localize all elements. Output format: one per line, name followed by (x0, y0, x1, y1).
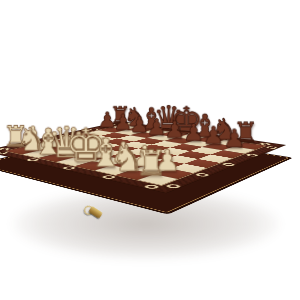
piece-black-pawn-d7[interactable]: ♟ (146, 117, 166, 138)
piece-black-pawn-h7[interactable]: ♟ (223, 127, 245, 151)
medallion-inlay (220, 162, 237, 166)
chess-set-photo: ♜♞♝♛♚♝♞♜♟♟♟♟♟♟♟♟♟♟♟♟♟♟♟♟♜♞♝♛♚♝♞♜ (0, 0, 300, 300)
scene: ♜♞♝♛♚♝♞♜♟♟♟♟♟♟♟♟♟♟♟♟♟♟♟♟♜♞♝♛♚♝♞♜ (0, 0, 300, 300)
chess-board: ♜♞♝♛♚♝♞♜♟♟♟♟♟♟♟♟♟♟♟♟♟♟♟♟♜♞♝♛♚♝♞♜ (0, 121, 286, 193)
medallion-inlay (243, 153, 259, 157)
medallion-inlay (264, 146, 279, 149)
board-frame: ♜♞♝♛♚♝♞♜♟♟♟♟♟♟♟♟♟♟♟♟♟♟♟♟♜♞♝♛♚♝♞♜ (0, 121, 286, 193)
piece-black-pawn-f7[interactable]: ♟ (183, 122, 204, 144)
piece-white-rook-h1[interactable]: ♜ (134, 148, 166, 182)
piece-black-pawn-e7[interactable]: ♟ (164, 119, 185, 141)
piece-black-pawn-g7[interactable]: ♟ (202, 125, 224, 148)
medallion-inlay (192, 172, 210, 177)
